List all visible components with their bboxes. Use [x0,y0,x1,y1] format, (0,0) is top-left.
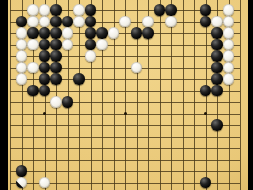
white-stone [119,16,130,27]
white-stone [16,39,27,50]
black-stone [200,85,211,96]
white-stone [73,4,84,15]
white-stone [16,62,27,73]
white-stone [223,16,234,27]
last-move-triangle-marker [16,177,27,188]
black-stone [131,27,142,38]
black-stone [39,73,50,84]
grid-vline [10,0,11,190]
black-stone [39,85,50,96]
white-stone [96,39,107,50]
white-stone [131,62,142,73]
black-stone [142,27,153,38]
white-stone [27,62,38,73]
black-stone [154,4,165,15]
white-stone [62,39,73,50]
black-stone [85,39,96,50]
black-stone [50,27,61,38]
black-stone [39,62,50,73]
white-stone [27,39,38,50]
white-stone [223,50,234,61]
black-stone [27,85,38,96]
letterbox-left-bar [0,0,8,190]
black-stone [62,16,73,27]
grid-vline [240,0,241,190]
white-stone [50,96,61,107]
black-stone [16,165,27,176]
white-stone [211,16,222,27]
grid-hline [10,160,240,161]
black-stone [211,73,222,84]
go-app-viewport [0,0,253,190]
white-stone [27,16,38,27]
white-stone [39,16,50,27]
black-stone [50,50,61,61]
black-stone [211,62,222,73]
grid-hline [10,148,240,149]
black-stone [211,39,222,50]
black-stone [39,39,50,50]
black-stone [73,73,84,84]
grid-vline [171,0,172,190]
white-stone [223,39,234,50]
white-stone [165,16,176,27]
grid-vline [194,0,195,190]
white-stone [223,27,234,38]
white-stone [39,177,50,188]
white-stone [62,27,73,38]
black-stone [27,27,38,38]
white-stone [223,73,234,84]
black-stone [165,4,176,15]
black-stone [200,16,211,27]
black-stone [50,39,61,50]
black-stone [16,16,27,27]
white-stone [223,62,234,73]
black-stone [211,27,222,38]
letterbox-right-bar [248,0,253,190]
black-stone [211,50,222,61]
white-stone [16,177,27,188]
white-stone [142,16,153,27]
black-stone [85,4,96,15]
grid-hline [10,137,240,138]
black-stone [50,62,61,73]
white-stone [85,50,96,61]
white-stone [16,50,27,61]
black-stone [39,27,50,38]
hoshi-point [43,112,46,115]
black-stone [50,4,61,15]
black-stone [62,96,73,107]
black-stone [85,27,96,38]
hoshi-point [124,112,127,115]
white-stone [108,27,119,38]
grid-vline [183,0,184,190]
white-stone [16,73,27,84]
grid-vline [79,0,80,190]
hoshi-point [204,112,207,115]
grid-hline [10,102,240,103]
white-stone [16,27,27,38]
black-stone [50,73,61,84]
black-stone [96,27,107,38]
grid-hline [10,125,240,126]
black-stone [50,16,61,27]
black-stone [200,4,211,15]
black-stone [200,177,211,188]
white-stone [27,4,38,15]
white-stone [39,4,50,15]
black-stone [211,85,222,96]
white-stone [223,4,234,15]
grid-vline [125,0,126,190]
grid-hline [10,171,240,172]
black-stone [39,50,50,61]
go-board[interactable] [8,0,248,190]
black-stone [85,16,96,27]
white-stone [73,16,84,27]
black-stone [211,119,222,130]
grid-vline [160,0,161,190]
